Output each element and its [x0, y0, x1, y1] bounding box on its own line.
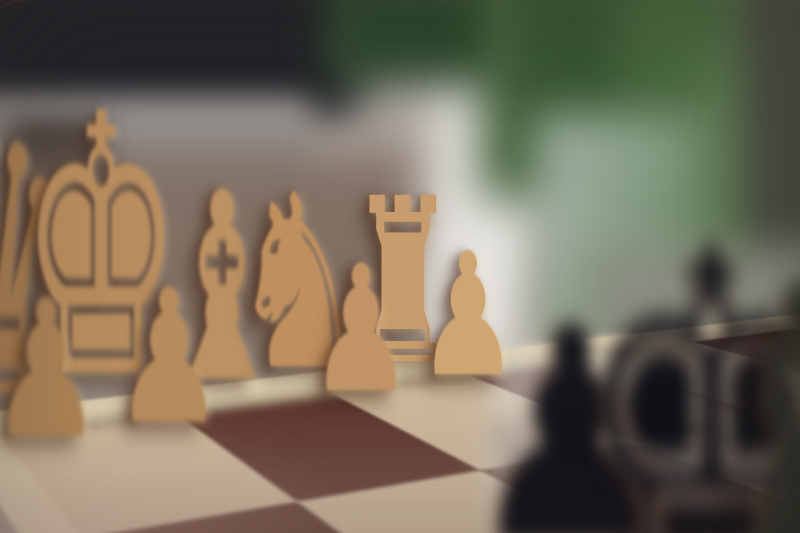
white-pawn-a: ♟: [0, 275, 102, 465]
black-piece-edge: ♝: [675, 235, 800, 533]
white-pawn-c: ♟: [309, 242, 413, 417]
white-pawn-b: ♟: [114, 265, 223, 450]
chess-photo: ♛♟♚♟♝♞♟♜♟♟♚♝: [0, 0, 800, 533]
